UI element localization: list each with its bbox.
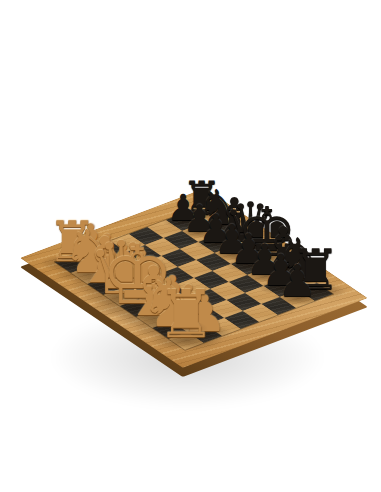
black-pawn-icon: ♟ xyxy=(277,259,316,303)
pieces-layer: ♜♞♝♛♚♝♞♜♟♟♟♟♟♟♟♟♟♟♟♟♟♟♟♟♜♞♝♛♚♝♞♜ xyxy=(0,0,381,492)
white-rook-icon: ♜ xyxy=(157,282,216,348)
chess-set-photo: ♜♞♝♛♚♝♞♜♟♟♟♟♟♟♟♟♟♟♟♟♟♟♟♟♜♞♝♛♚♝♞♜ xyxy=(0,0,381,492)
